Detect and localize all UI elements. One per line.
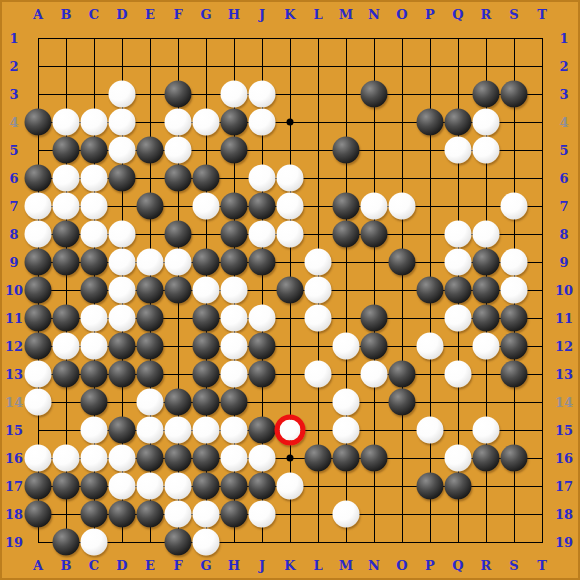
white-stone bbox=[333, 417, 360, 444]
row-label-left: 17 bbox=[5, 480, 23, 493]
black-stone bbox=[361, 333, 388, 360]
star-point bbox=[287, 455, 294, 462]
white-stone bbox=[165, 109, 192, 136]
white-stone bbox=[193, 529, 220, 556]
black-stone bbox=[25, 165, 52, 192]
row-label-left: 7 bbox=[9, 200, 18, 213]
white-stone bbox=[137, 249, 164, 276]
col-label-bottom: D bbox=[116, 559, 127, 572]
black-stone bbox=[445, 473, 472, 500]
black-stone bbox=[193, 361, 220, 388]
grid-line-horizontal bbox=[38, 542, 543, 543]
col-label-bottom: H bbox=[228, 559, 240, 572]
white-stone bbox=[109, 81, 136, 108]
black-stone bbox=[81, 137, 108, 164]
col-label-top: M bbox=[339, 8, 353, 21]
white-stone bbox=[249, 221, 276, 248]
black-stone bbox=[53, 305, 80, 332]
black-stone bbox=[81, 389, 108, 416]
black-stone bbox=[109, 165, 136, 192]
white-stone bbox=[221, 277, 248, 304]
white-stone bbox=[473, 417, 500, 444]
row-label-left: 8 bbox=[9, 228, 18, 241]
white-stone bbox=[81, 305, 108, 332]
white-stone bbox=[53, 193, 80, 220]
row-label-right: 11 bbox=[555, 312, 573, 325]
white-stone bbox=[361, 361, 388, 388]
row-label-right: 5 bbox=[559, 144, 568, 157]
white-stone bbox=[333, 389, 360, 416]
white-stone bbox=[25, 445, 52, 472]
black-stone bbox=[221, 193, 248, 220]
col-label-top: Q bbox=[452, 8, 463, 21]
white-stone bbox=[305, 277, 332, 304]
black-stone bbox=[333, 445, 360, 472]
black-stone bbox=[109, 501, 136, 528]
col-label-bottom: Q bbox=[452, 559, 463, 572]
black-stone bbox=[249, 473, 276, 500]
white-stone bbox=[305, 361, 332, 388]
col-label-top: D bbox=[116, 8, 127, 21]
black-stone bbox=[221, 221, 248, 248]
row-label-left: 13 bbox=[5, 368, 23, 381]
row-label-left: 10 bbox=[5, 284, 23, 297]
col-label-top: G bbox=[200, 8, 211, 21]
white-stone bbox=[109, 305, 136, 332]
white-stone bbox=[473, 137, 500, 164]
col-label-top: C bbox=[89, 8, 99, 21]
row-label-right: 10 bbox=[555, 284, 573, 297]
black-stone bbox=[361, 305, 388, 332]
black-stone bbox=[445, 109, 472, 136]
white-stone bbox=[221, 417, 248, 444]
black-stone bbox=[221, 473, 248, 500]
row-label-right: 13 bbox=[555, 368, 573, 381]
black-stone bbox=[137, 193, 164, 220]
white-stone bbox=[501, 277, 528, 304]
col-label-top: N bbox=[368, 8, 380, 21]
black-stone bbox=[501, 445, 528, 472]
black-stone bbox=[193, 305, 220, 332]
white-stone bbox=[473, 333, 500, 360]
black-stone bbox=[389, 361, 416, 388]
black-stone bbox=[221, 501, 248, 528]
white-stone bbox=[221, 305, 248, 332]
black-stone bbox=[165, 529, 192, 556]
white-stone bbox=[445, 445, 472, 472]
col-label-bottom: T bbox=[537, 559, 547, 572]
white-stone bbox=[277, 473, 304, 500]
white-stone bbox=[389, 193, 416, 220]
row-label-left: 11 bbox=[5, 312, 23, 325]
black-stone bbox=[473, 305, 500, 332]
white-stone bbox=[193, 277, 220, 304]
white-stone bbox=[81, 333, 108, 360]
col-label-bottom: S bbox=[509, 559, 518, 572]
row-label-right: 18 bbox=[555, 508, 573, 521]
black-stone bbox=[361, 81, 388, 108]
black-stone bbox=[501, 305, 528, 332]
black-stone bbox=[53, 137, 80, 164]
white-stone bbox=[445, 305, 472, 332]
black-stone bbox=[137, 445, 164, 472]
row-label-left: 6 bbox=[9, 172, 18, 185]
row-label-right: 9 bbox=[559, 256, 568, 269]
black-stone bbox=[53, 249, 80, 276]
col-label-bottom: E bbox=[145, 559, 155, 572]
black-stone bbox=[53, 221, 80, 248]
col-label-bottom: M bbox=[339, 559, 353, 572]
black-stone bbox=[473, 81, 500, 108]
white-stone bbox=[417, 333, 444, 360]
col-label-bottom: O bbox=[396, 559, 407, 572]
white-stone bbox=[249, 81, 276, 108]
col-label-bottom: F bbox=[173, 559, 182, 572]
black-stone bbox=[193, 333, 220, 360]
black-stone bbox=[193, 389, 220, 416]
col-label-top: T bbox=[537, 8, 547, 21]
col-label-bottom: P bbox=[425, 559, 435, 572]
white-stone bbox=[445, 249, 472, 276]
black-stone bbox=[473, 277, 500, 304]
row-label-right: 8 bbox=[559, 228, 568, 241]
star-point bbox=[287, 119, 294, 126]
col-label-bottom: L bbox=[313, 559, 322, 572]
black-stone bbox=[249, 361, 276, 388]
col-label-top: O bbox=[396, 8, 407, 21]
go-board-app: AABBCCDDEEFFGGHHJJKKLLMMNNOOPPQQRRSSTT11… bbox=[0, 0, 580, 580]
white-stone bbox=[221, 81, 248, 108]
white-stone bbox=[277, 221, 304, 248]
white-stone bbox=[165, 473, 192, 500]
col-label-bottom: G bbox=[200, 559, 211, 572]
row-label-left: 4 bbox=[9, 116, 18, 129]
black-stone bbox=[81, 361, 108, 388]
white-stone bbox=[305, 249, 332, 276]
grid-line-horizontal bbox=[38, 402, 543, 403]
black-stone bbox=[417, 109, 444, 136]
white-stone-last-move-marker bbox=[275, 415, 306, 446]
white-stone bbox=[221, 445, 248, 472]
col-label-top: R bbox=[481, 8, 492, 21]
black-stone bbox=[137, 333, 164, 360]
white-stone bbox=[193, 501, 220, 528]
black-stone bbox=[333, 221, 360, 248]
black-stone bbox=[165, 81, 192, 108]
white-stone bbox=[53, 445, 80, 472]
black-stone bbox=[53, 473, 80, 500]
white-stone bbox=[445, 221, 472, 248]
black-stone bbox=[53, 529, 80, 556]
black-stone bbox=[81, 277, 108, 304]
white-stone bbox=[445, 361, 472, 388]
white-stone bbox=[137, 389, 164, 416]
black-stone bbox=[417, 277, 444, 304]
white-stone bbox=[193, 109, 220, 136]
white-stone bbox=[81, 165, 108, 192]
col-label-top: E bbox=[145, 8, 155, 21]
col-label-top: J bbox=[259, 8, 265, 21]
col-label-bottom: C bbox=[89, 559, 99, 572]
black-stone bbox=[221, 389, 248, 416]
row-label-right: 1 bbox=[559, 32, 568, 45]
row-label-left: 1 bbox=[9, 32, 18, 45]
black-stone bbox=[361, 445, 388, 472]
black-stone bbox=[165, 221, 192, 248]
white-stone bbox=[53, 109, 80, 136]
row-label-right: 15 bbox=[555, 424, 573, 437]
black-stone bbox=[25, 277, 52, 304]
col-label-bottom: R bbox=[481, 559, 492, 572]
white-stone bbox=[193, 193, 220, 220]
black-stone bbox=[221, 137, 248, 164]
black-stone bbox=[473, 249, 500, 276]
row-label-left: 5 bbox=[9, 144, 18, 157]
black-stone bbox=[25, 305, 52, 332]
row-label-right: 6 bbox=[559, 172, 568, 185]
white-stone bbox=[333, 333, 360, 360]
black-stone bbox=[501, 333, 528, 360]
white-stone bbox=[445, 137, 472, 164]
black-stone bbox=[25, 333, 52, 360]
white-stone bbox=[249, 165, 276, 192]
col-label-top: S bbox=[509, 8, 518, 21]
col-label-top: P bbox=[425, 8, 435, 21]
black-stone bbox=[445, 277, 472, 304]
row-label-left: 9 bbox=[9, 256, 18, 269]
row-label-right: 4 bbox=[559, 116, 568, 129]
row-label-left: 18 bbox=[5, 508, 23, 521]
white-stone bbox=[137, 417, 164, 444]
col-label-top: B bbox=[61, 8, 72, 21]
black-stone bbox=[277, 277, 304, 304]
white-stone bbox=[137, 473, 164, 500]
grid-line-vertical bbox=[402, 38, 403, 543]
black-stone bbox=[25, 249, 52, 276]
black-stone bbox=[333, 137, 360, 164]
col-label-top: A bbox=[33, 8, 43, 21]
white-stone bbox=[501, 193, 528, 220]
black-stone bbox=[249, 417, 276, 444]
white-stone bbox=[53, 333, 80, 360]
black-stone bbox=[249, 333, 276, 360]
row-label-left: 15 bbox=[5, 424, 23, 437]
white-stone bbox=[165, 501, 192, 528]
white-stone bbox=[193, 417, 220, 444]
row-label-left: 12 bbox=[5, 340, 23, 353]
black-stone bbox=[193, 165, 220, 192]
black-stone bbox=[165, 389, 192, 416]
col-label-bottom: K bbox=[284, 559, 295, 572]
white-stone bbox=[81, 221, 108, 248]
white-stone bbox=[361, 193, 388, 220]
black-stone bbox=[249, 249, 276, 276]
black-stone bbox=[53, 361, 80, 388]
white-stone bbox=[81, 445, 108, 472]
black-stone bbox=[417, 473, 444, 500]
white-stone bbox=[417, 417, 444, 444]
black-stone bbox=[361, 221, 388, 248]
white-stone bbox=[473, 109, 500, 136]
col-label-top: H bbox=[228, 8, 240, 21]
row-label-left: 2 bbox=[9, 60, 18, 73]
white-stone bbox=[109, 277, 136, 304]
black-stone bbox=[333, 193, 360, 220]
white-stone bbox=[249, 501, 276, 528]
row-label-right: 17 bbox=[555, 480, 573, 493]
white-stone bbox=[109, 137, 136, 164]
row-label-right: 16 bbox=[555, 452, 573, 465]
black-stone bbox=[137, 277, 164, 304]
col-label-bottom: A bbox=[33, 559, 43, 572]
white-stone bbox=[165, 249, 192, 276]
row-label-left: 16 bbox=[5, 452, 23, 465]
white-stone bbox=[81, 529, 108, 556]
black-stone bbox=[389, 389, 416, 416]
col-label-top: K bbox=[284, 8, 295, 21]
white-stone bbox=[25, 193, 52, 220]
white-stone bbox=[473, 221, 500, 248]
black-stone bbox=[389, 249, 416, 276]
row-label-right: 2 bbox=[559, 60, 568, 73]
black-stone bbox=[25, 501, 52, 528]
white-stone bbox=[277, 193, 304, 220]
col-label-top: F bbox=[173, 8, 182, 21]
black-stone bbox=[137, 361, 164, 388]
black-stone bbox=[137, 137, 164, 164]
black-stone bbox=[305, 445, 332, 472]
white-stone bbox=[333, 501, 360, 528]
black-stone bbox=[109, 417, 136, 444]
white-stone bbox=[165, 417, 192, 444]
col-label-bottom: J bbox=[259, 559, 265, 572]
black-stone bbox=[165, 277, 192, 304]
black-stone bbox=[81, 249, 108, 276]
white-stone bbox=[53, 165, 80, 192]
black-stone bbox=[81, 501, 108, 528]
black-stone bbox=[81, 473, 108, 500]
black-stone bbox=[193, 249, 220, 276]
white-stone bbox=[305, 305, 332, 332]
white-stone bbox=[249, 445, 276, 472]
row-label-left: 3 bbox=[9, 88, 18, 101]
white-stone bbox=[249, 109, 276, 136]
row-label-right: 12 bbox=[555, 340, 573, 353]
col-label-top: L bbox=[313, 8, 322, 21]
white-stone bbox=[81, 193, 108, 220]
white-stone bbox=[277, 165, 304, 192]
white-stone bbox=[25, 221, 52, 248]
black-stone bbox=[249, 193, 276, 220]
black-stone bbox=[137, 501, 164, 528]
black-stone bbox=[501, 81, 528, 108]
black-stone bbox=[165, 445, 192, 472]
white-stone bbox=[109, 473, 136, 500]
black-stone bbox=[473, 445, 500, 472]
white-stone bbox=[25, 389, 52, 416]
black-stone bbox=[221, 249, 248, 276]
white-stone bbox=[165, 137, 192, 164]
col-label-bottom: B bbox=[61, 559, 72, 572]
white-stone bbox=[81, 109, 108, 136]
white-stone bbox=[221, 361, 248, 388]
black-stone bbox=[109, 333, 136, 360]
row-label-right: 14 bbox=[555, 396, 573, 409]
row-label-right: 7 bbox=[559, 200, 568, 213]
white-stone bbox=[501, 249, 528, 276]
white-stone bbox=[25, 361, 52, 388]
black-stone bbox=[193, 445, 220, 472]
black-stone bbox=[25, 109, 52, 136]
col-label-bottom: N bbox=[368, 559, 380, 572]
white-stone bbox=[109, 445, 136, 472]
white-stone bbox=[249, 305, 276, 332]
black-stone bbox=[109, 361, 136, 388]
black-stone bbox=[221, 109, 248, 136]
row-label-left: 19 bbox=[5, 536, 23, 549]
white-stone bbox=[81, 417, 108, 444]
black-stone bbox=[137, 305, 164, 332]
black-stone bbox=[165, 165, 192, 192]
grid-line-vertical bbox=[542, 38, 543, 543]
black-stone bbox=[25, 473, 52, 500]
row-label-left: 14 bbox=[5, 396, 23, 409]
black-stone bbox=[193, 473, 220, 500]
white-stone bbox=[109, 221, 136, 248]
white-stone bbox=[109, 109, 136, 136]
black-stone bbox=[501, 361, 528, 388]
row-label-right: 3 bbox=[559, 88, 568, 101]
white-stone bbox=[109, 249, 136, 276]
row-label-right: 19 bbox=[555, 536, 573, 549]
white-stone bbox=[221, 333, 248, 360]
